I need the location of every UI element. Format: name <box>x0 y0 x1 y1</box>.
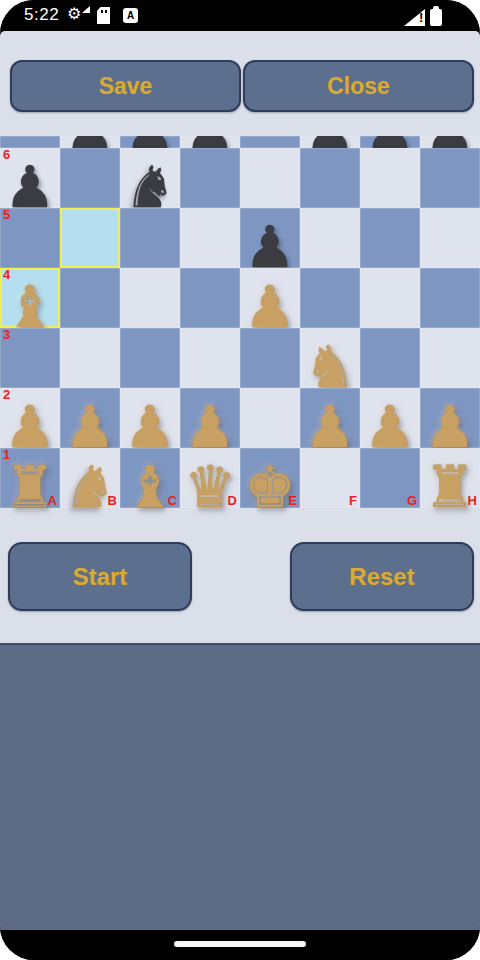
square-h7-partial[interactable]: ♟ <box>420 136 480 148</box>
file-label-d: D <box>228 494 237 507</box>
white-knight: ♞ <box>60 457 120 517</box>
gesture-nav-bar <box>0 930 480 960</box>
black-pawn: ♟ <box>360 136 420 148</box>
gesture-pill[interactable] <box>174 941 306 947</box>
square-h3[interactable] <box>420 328 480 388</box>
square-d1[interactable]: D♛ <box>180 448 240 508</box>
square-e7-partial[interactable] <box>240 136 300 148</box>
sim-card-icon <box>97 7 110 24</box>
black-pawn: ♟ <box>60 136 120 148</box>
chess-board: ♟♟♟♟♟♟6♟♞5♟4♝♟3♞2♟♟♟♟♟♟♟1A♜B♞C♝D♛E♚FGH♜ <box>0 136 480 508</box>
square-b3[interactable] <box>60 328 120 388</box>
white-bishop: ♝ <box>120 457 180 517</box>
board-rank-2: 2♟♟♟♟♟♟♟ <box>0 388 480 448</box>
square-g5[interactable] <box>360 208 420 268</box>
gear-triangle-icon <box>82 6 90 13</box>
close-button[interactable]: Close <box>243 60 474 112</box>
square-b5[interactable] <box>60 208 120 268</box>
rank-label-1: 1 <box>3 448 10 462</box>
rank-label-2: 2 <box>3 388 10 402</box>
square-f6[interactable] <box>300 148 360 208</box>
square-h4[interactable] <box>420 268 480 328</box>
square-d4[interactable] <box>180 268 240 328</box>
settings-gear-icon: ⚙ <box>67 5 81 23</box>
square-c3[interactable] <box>120 328 180 388</box>
square-g7-partial[interactable]: ♟ <box>360 136 420 148</box>
square-g1[interactable]: G <box>360 448 420 508</box>
square-c7-partial[interactable]: ♟ <box>120 136 180 148</box>
black-pawn: ♟ <box>420 136 480 148</box>
square-b2[interactable]: ♟ <box>60 388 120 448</box>
start-button[interactable]: Start <box>8 542 192 611</box>
reset-button-label: Reset <box>292 544 472 609</box>
black-pawn: ♟ <box>300 136 360 148</box>
square-e5[interactable]: ♟ <box>240 208 300 268</box>
square-b1[interactable]: B♞ <box>60 448 120 508</box>
a-badge-icon: A <box>123 8 138 23</box>
board-rank-7-partial: ♟♟♟♟♟♟ <box>0 136 480 148</box>
start-button-label: Start <box>10 544 190 609</box>
phone-screen: 5:22 ⚙ A ! Save Close ♟♟♟♟♟♟6♟♞5♟4♝♟3♞2♟… <box>0 0 480 960</box>
square-f2[interactable]: ♟ <box>300 388 360 448</box>
square-c1[interactable]: C♝ <box>120 448 180 508</box>
square-d3[interactable] <box>180 328 240 388</box>
clock: 5:22 <box>24 5 59 25</box>
square-g3[interactable] <box>360 328 420 388</box>
rank-label-6: 6 <box>3 148 10 162</box>
white-queen: ♛ <box>180 457 240 517</box>
square-d2[interactable]: ♟ <box>180 388 240 448</box>
square-f7-partial[interactable]: ♟ <box>300 136 360 148</box>
square-b4[interactable] <box>60 268 120 328</box>
black-pawn: ♟ <box>180 136 240 148</box>
board-rank-6: 6♟♞ <box>0 148 480 208</box>
square-h6[interactable] <box>420 148 480 208</box>
reset-button[interactable]: Reset <box>290 542 474 611</box>
square-a2[interactable]: 2♟ <box>0 388 60 448</box>
square-e2[interactable] <box>240 388 300 448</box>
black-pawn: ♟ <box>120 136 180 148</box>
square-c6[interactable]: ♞ <box>120 148 180 208</box>
lower-panel <box>0 645 480 930</box>
white-rook: ♜ <box>420 457 480 517</box>
rank-label-4: 4 <box>3 268 10 282</box>
file-label-a: A <box>48 494 57 507</box>
close-button-label: Close <box>245 62 472 110</box>
square-a3[interactable]: 3 <box>0 328 60 388</box>
square-g4[interactable] <box>360 268 420 328</box>
white-rook: ♜ <box>0 457 60 517</box>
square-f4[interactable] <box>300 268 360 328</box>
square-h2[interactable]: ♟ <box>420 388 480 448</box>
square-e3[interactable] <box>240 328 300 388</box>
square-c2[interactable]: ♟ <box>120 388 180 448</box>
square-a6[interactable]: 6♟ <box>0 148 60 208</box>
file-label-b: B <box>108 494 117 507</box>
square-c5[interactable] <box>120 208 180 268</box>
square-b7-partial[interactable]: ♟ <box>60 136 120 148</box>
save-button[interactable]: Save <box>10 60 241 112</box>
square-h1[interactable]: H♜ <box>420 448 480 508</box>
file-label-g: G <box>407 494 417 507</box>
signal-exclaim-icon: ! <box>419 11 422 26</box>
square-h5[interactable] <box>420 208 480 268</box>
file-label-f: F <box>349 494 357 507</box>
file-label-e: E <box>288 494 297 507</box>
square-f1[interactable]: F <box>300 448 360 508</box>
rank-label-3: 3 <box>3 328 10 342</box>
square-f3[interactable]: ♞ <box>300 328 360 388</box>
file-label-h: H <box>468 494 477 507</box>
square-g6[interactable] <box>360 148 420 208</box>
file-label-c: C <box>168 494 177 507</box>
square-e1[interactable]: E♚ <box>240 448 300 508</box>
square-a1[interactable]: 1A♜ <box>0 448 60 508</box>
save-button-label: Save <box>12 62 239 110</box>
board-rank-1: 1A♜B♞C♝D♛E♚FGH♜ <box>0 448 480 508</box>
board-rank-5: 5♟ <box>0 208 480 268</box>
battery-icon <box>430 9 442 26</box>
square-a5[interactable]: 5 <box>0 208 60 268</box>
rank-label-5: 5 <box>3 208 10 222</box>
white-king: ♚ <box>240 457 300 517</box>
status-bar: 5:22 ⚙ A ! <box>0 0 480 31</box>
square-d7-partial[interactable]: ♟ <box>180 136 240 148</box>
square-d6[interactable] <box>180 148 240 208</box>
board-rank-3: 3♞ <box>0 328 480 388</box>
square-d5[interactable] <box>180 208 240 268</box>
square-e4[interactable]: ♟ <box>240 268 300 328</box>
board-rank-4: 4♝♟ <box>0 268 480 328</box>
square-e6[interactable] <box>240 148 300 208</box>
square-f5[interactable] <box>300 208 360 268</box>
square-a4[interactable]: 4♝ <box>0 268 60 328</box>
square-g2[interactable]: ♟ <box>360 388 420 448</box>
square-b6[interactable] <box>60 148 120 208</box>
square-c4[interactable] <box>120 268 180 328</box>
